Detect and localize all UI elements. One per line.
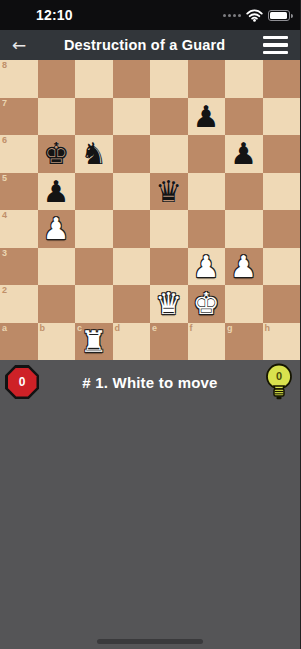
square-h4[interactable] [263, 210, 301, 248]
back-button[interactable]: ← [12, 37, 26, 54]
square-g4[interactable] [225, 210, 263, 248]
puzzle-panel: 0 # 1. White to move 0 [0, 360, 300, 649]
square-c4[interactable] [75, 210, 113, 248]
square-e2[interactable]: ♛ [150, 285, 188, 323]
square-f7[interactable]: ♟ [188, 98, 226, 136]
square-c2[interactable] [75, 285, 113, 323]
cellular-signal-icon [223, 14, 241, 17]
square-a8[interactable]: 8 [0, 60, 38, 98]
square-c1[interactable]: c♜ [75, 323, 113, 361]
black-king[interactable]: ♚ [43, 139, 70, 169]
square-a1[interactable]: a [0, 323, 38, 361]
square-g6[interactable]: ♟ [225, 135, 263, 173]
square-h6[interactable] [263, 135, 301, 173]
black-pawn[interactable]: ♟ [230, 139, 257, 169]
square-b7[interactable] [38, 98, 76, 136]
page-title: Destruction of a Guard [64, 37, 226, 53]
square-f1[interactable]: f [188, 323, 226, 361]
fail-counter-badge: 0 [5, 365, 39, 399]
coord-label-c: c [77, 324, 82, 333]
coord-label-8: 8 [2, 61, 7, 70]
square-b6[interactable]: ♚ [38, 135, 76, 173]
square-b3[interactable] [38, 248, 76, 286]
white-pawn[interactable]: ♟ [43, 214, 70, 244]
square-h8[interactable] [263, 60, 301, 98]
square-f6[interactable] [188, 135, 226, 173]
black-pawn[interactable]: ♟ [193, 102, 220, 132]
fail-octagon-fill: 0 [8, 368, 37, 397]
square-c3[interactable] [75, 248, 113, 286]
square-e5[interactable]: ♛ [150, 173, 188, 211]
square-a6[interactable]: 6 [0, 135, 38, 173]
square-d7[interactable] [113, 98, 151, 136]
home-indicator[interactable] [97, 639, 203, 644]
clock: 12:10 [36, 7, 73, 23]
square-b5[interactable]: ♟ [38, 173, 76, 211]
coord-label-b: b [40, 324, 46, 333]
square-g2[interactable] [225, 285, 263, 323]
square-d6[interactable] [113, 135, 151, 173]
battery-icon [268, 10, 290, 21]
coord-label-f: f [190, 324, 193, 333]
app-header: ← Destruction of a Guard [0, 30, 300, 60]
square-g3[interactable]: ♟ [225, 248, 263, 286]
square-a7[interactable]: 7 [0, 98, 38, 136]
coord-label-3: 3 [2, 249, 7, 258]
white-queen[interactable]: ♛ [155, 289, 182, 319]
hint-button[interactable]: 0 [264, 362, 294, 402]
square-h5[interactable] [263, 173, 301, 211]
coord-label-5: 5 [2, 174, 7, 183]
coord-label-h: h [265, 324, 271, 333]
coord-label-a: a [2, 324, 7, 333]
wifi-icon [246, 9, 263, 22]
square-c7[interactable] [75, 98, 113, 136]
black-queen[interactable]: ♛ [155, 177, 182, 207]
square-g1[interactable]: g [225, 323, 263, 361]
square-h3[interactable] [263, 248, 301, 286]
square-f5[interactable] [188, 173, 226, 211]
square-e6[interactable] [150, 135, 188, 173]
status-icons [223, 9, 290, 22]
square-a4[interactable]: 4 [0, 210, 38, 248]
square-b1[interactable]: b [38, 323, 76, 361]
square-b4[interactable]: ♟ [38, 210, 76, 248]
white-pawn[interactable]: ♟ [193, 252, 220, 282]
coord-label-6: 6 [2, 136, 7, 145]
square-a3[interactable]: 3 [0, 248, 38, 286]
square-d8[interactable] [113, 60, 151, 98]
square-f4[interactable] [188, 210, 226, 248]
phone-screen: 12:10 ← Destruction of a Guard 87♟6♚♞♟5♟… [0, 0, 300, 649]
square-b8[interactable] [38, 60, 76, 98]
square-a2[interactable]: 2 [0, 285, 38, 323]
coord-label-4: 4 [2, 211, 7, 220]
puzzle-bar: 0 # 1. White to move 0 [0, 360, 300, 404]
coord-label-g: g [227, 324, 233, 333]
square-h1[interactable]: h [263, 323, 301, 361]
square-e1[interactable]: e [150, 323, 188, 361]
chess-board: 87♟6♚♞♟5♟♛4♟3♟♟2♛♚abc♜defgh [0, 60, 300, 360]
square-g8[interactable] [225, 60, 263, 98]
coord-label-2: 2 [2, 286, 7, 295]
fail-count: 0 [19, 375, 26, 389]
square-d5[interactable] [113, 173, 151, 211]
square-f8[interactable] [188, 60, 226, 98]
square-c8[interactable] [75, 60, 113, 98]
square-e7[interactable] [150, 98, 188, 136]
square-a5[interactable]: 5 [0, 173, 38, 211]
square-f2[interactable]: ♚ [188, 285, 226, 323]
black-pawn[interactable]: ♟ [43, 177, 70, 207]
menu-button[interactable] [263, 36, 288, 55]
coord-label-e: e [152, 324, 157, 333]
square-h7[interactable] [263, 98, 301, 136]
square-c5[interactable] [75, 173, 113, 211]
coord-label-7: 7 [2, 99, 7, 108]
square-f3[interactable]: ♟ [188, 248, 226, 286]
square-d4[interactable] [113, 210, 151, 248]
square-c6[interactable]: ♞ [75, 135, 113, 173]
square-e4[interactable] [150, 210, 188, 248]
square-e8[interactable] [150, 60, 188, 98]
puzzle-caption: # 1. White to move [0, 374, 300, 391]
square-d3[interactable] [113, 248, 151, 286]
coord-label-d: d [115, 324, 121, 333]
lightbulb-icon [264, 362, 294, 402]
square-g5[interactable] [225, 173, 263, 211]
white-king[interactable]: ♚ [193, 289, 220, 319]
square-b2[interactable] [38, 285, 76, 323]
square-h2[interactable] [263, 285, 301, 323]
black-knight[interactable]: ♞ [80, 139, 107, 169]
white-pawn[interactable]: ♟ [230, 252, 257, 282]
square-e3[interactable] [150, 248, 188, 286]
square-d2[interactable] [113, 285, 151, 323]
status-bar: 12:10 [0, 0, 300, 30]
square-d1[interactable]: d [113, 323, 151, 361]
white-rook[interactable]: ♜ [80, 327, 107, 357]
square-g7[interactable] [225, 98, 263, 136]
